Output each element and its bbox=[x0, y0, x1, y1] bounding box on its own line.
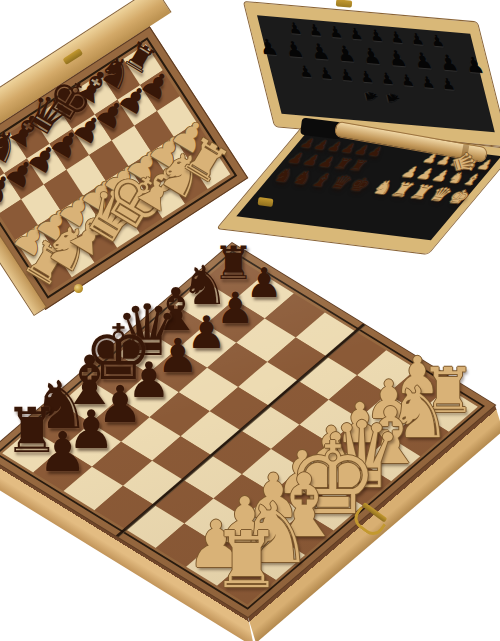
brass-pin-icon bbox=[74, 284, 83, 293]
piece-slot-icon: ♞ bbox=[361, 88, 381, 104]
clasp-icon bbox=[336, 0, 353, 8]
piece-slot-icon: ♟ bbox=[286, 21, 303, 38]
piece-slot-icon: ♟ bbox=[379, 71, 396, 88]
piece-slot-icon: ♟ bbox=[327, 24, 344, 41]
piece-slot-icon: ♟ bbox=[257, 36, 281, 59]
piece-slot-icon: ♟ bbox=[429, 33, 446, 50]
piece-slot-icon: ♟ bbox=[437, 52, 461, 75]
piece-slot-icon: ♟ bbox=[317, 66, 334, 83]
piece-slot-icon: ♟ bbox=[360, 45, 384, 68]
piece-slot-icon: ♟ bbox=[297, 64, 314, 81]
piece-slot-icon: ♟ bbox=[385, 47, 409, 70]
piece-slot-icon: ♟ bbox=[334, 43, 358, 66]
piece-slot-icon: ♟ bbox=[282, 38, 306, 61]
piece-slot-icon: ♟ bbox=[409, 31, 426, 48]
case-lid-foam: ♟♟♟♟♟♟♟♟♟♟♟♟♟♟♟♟♟♟♟♟♟♟♟♟♟♞♞ bbox=[244, 2, 500, 147]
piece-black-pawn-h7[interactable]: ♟ bbox=[38, 425, 87, 480]
piece-slot-icon: ♟ bbox=[388, 30, 405, 47]
piece-slot-icon: ♟ bbox=[368, 28, 385, 45]
piece-slot-icon: ♟ bbox=[419, 75, 436, 92]
piece-slot-icon: ♟ bbox=[463, 54, 487, 77]
piece-slot-icon: ♟ bbox=[411, 50, 435, 73]
piece-slot-icon: ♞ bbox=[383, 90, 403, 106]
chess-set-photo: ♜♞♝♛♚♝♞♜♟♟♟♟♟♟♟♟♟♟♟♟♟♟♟♟♜♞♝♛♚♝♞♜ ♟♟♟♟♟♟♟… bbox=[0, 0, 500, 641]
piece-slot-icon: ♟ bbox=[307, 23, 324, 40]
piece-slot-icon: ♟ bbox=[308, 41, 332, 64]
piece-slot-icon: ♟ bbox=[358, 69, 375, 86]
piece-slot-icon: ♟ bbox=[440, 76, 457, 93]
piece-slot-icon: ♟ bbox=[399, 73, 416, 90]
piece-slot-icon: ♟ bbox=[348, 26, 365, 43]
piece-slot-icon: ♟ bbox=[338, 67, 355, 84]
piece-white-rook-h1[interactable]: ♜ bbox=[212, 520, 282, 598]
folded-square: ♜ bbox=[191, 148, 231, 189]
